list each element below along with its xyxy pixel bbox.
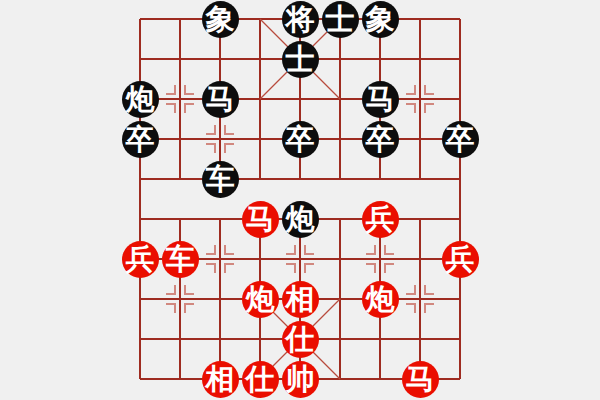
piece-black-cannon[interactable]: 炮 xyxy=(122,81,159,118)
piece-black-elephant[interactable]: 象 xyxy=(202,1,239,38)
piece-black-elephant[interactable]: 象 xyxy=(362,1,399,38)
piece-black-pawn[interactable]: 卒 xyxy=(282,121,319,158)
piece-red-elephant[interactable]: 相 xyxy=(202,361,239,398)
piece-red-general[interactable]: 帅 xyxy=(282,361,319,398)
piece-red-pawn[interactable]: 兵 xyxy=(442,241,479,278)
piece-black-horse[interactable]: 马 xyxy=(202,81,239,118)
piece-red-advisor[interactable]: 仕 xyxy=(282,321,319,358)
piece-red-horse[interactable]: 马 xyxy=(242,201,279,238)
piece-red-cannon[interactable]: 炮 xyxy=(242,281,279,318)
piece-black-pawn[interactable]: 卒 xyxy=(442,121,479,158)
piece-black-general[interactable]: 将 xyxy=(282,1,319,38)
piece-black-chariot[interactable]: 车 xyxy=(202,161,239,198)
piece-red-pawn[interactable]: 兵 xyxy=(122,241,159,278)
piece-red-chariot[interactable]: 车 xyxy=(162,241,199,278)
piece-black-horse[interactable]: 马 xyxy=(362,81,399,118)
piece-red-cannon[interactable]: 炮 xyxy=(362,281,399,318)
piece-black-pawn[interactable]: 卒 xyxy=(122,121,159,158)
piece-black-advisor[interactable]: 士 xyxy=(322,1,359,38)
piece-red-pawn[interactable]: 兵 xyxy=(362,201,399,238)
piece-black-advisor[interactable]: 士 xyxy=(282,41,319,78)
xiangqi-board-area: 象将士象士炮马马卒卒卒卒车炮马兵兵车兵炮相炮仕相仕帅马 xyxy=(0,0,600,400)
piece-black-cannon[interactable]: 炮 xyxy=(282,201,319,238)
piece-red-horse[interactable]: 马 xyxy=(402,361,439,398)
piece-black-pawn[interactable]: 卒 xyxy=(362,121,399,158)
pieces-layer: 象将士象士炮马马卒卒卒卒车炮马兵兵车兵炮相炮仕相仕帅马 xyxy=(0,0,600,400)
piece-red-elephant[interactable]: 相 xyxy=(282,281,319,318)
piece-red-advisor[interactable]: 仕 xyxy=(242,361,279,398)
